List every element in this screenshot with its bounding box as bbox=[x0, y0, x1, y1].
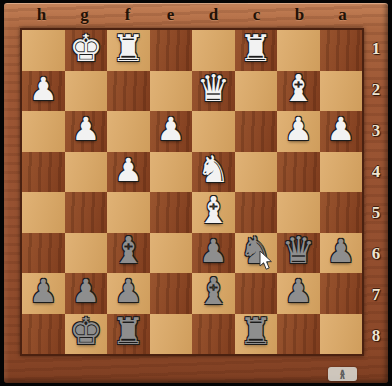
square-d7[interactable]: ♝ bbox=[192, 273, 235, 314]
black-pawn[interactable]: ♟ bbox=[326, 235, 355, 267]
chevron-up-icon: ∧ bbox=[339, 374, 346, 378]
black-queen[interactable]: ♛ bbox=[282, 232, 315, 269]
square-d6[interactable]: ♟ bbox=[192, 233, 235, 274]
square-d1[interactable] bbox=[192, 30, 235, 71]
file-label-g: g bbox=[63, 3, 106, 26]
square-c4[interactable] bbox=[235, 152, 278, 193]
square-c3[interactable] bbox=[235, 111, 278, 152]
white-bishop[interactable]: ♝ bbox=[197, 192, 230, 229]
square-c6[interactable]: ♞ bbox=[235, 233, 278, 274]
square-g3[interactable]: ♟ bbox=[65, 111, 108, 152]
file-labels: hgfedcba bbox=[20, 3, 364, 26]
square-c1[interactable]: ♜ bbox=[235, 30, 278, 71]
white-queen[interactable]: ♛ bbox=[197, 70, 230, 107]
square-g1[interactable]: ♚ bbox=[65, 30, 108, 71]
square-e2[interactable] bbox=[150, 71, 193, 112]
white-pawn[interactable]: ♟ bbox=[156, 113, 185, 145]
square-h1[interactable] bbox=[22, 30, 65, 71]
square-g4[interactable] bbox=[65, 152, 108, 193]
square-a8[interactable] bbox=[320, 314, 363, 355]
file-label-b: b bbox=[278, 3, 321, 26]
square-a3[interactable]: ♟ bbox=[320, 111, 363, 152]
square-a4[interactable] bbox=[320, 152, 363, 193]
white-pawn[interactable]: ♟ bbox=[71, 113, 100, 145]
black-pawn[interactable]: ♟ bbox=[199, 235, 228, 267]
square-f7[interactable]: ♟ bbox=[107, 273, 150, 314]
square-e5[interactable] bbox=[150, 192, 193, 233]
square-b6[interactable]: ♛ bbox=[277, 233, 320, 274]
square-a6[interactable]: ♟ bbox=[320, 233, 363, 274]
square-g5[interactable] bbox=[65, 192, 108, 233]
square-d4[interactable]: ♞ bbox=[192, 152, 235, 193]
square-e6[interactable] bbox=[150, 233, 193, 274]
square-d3[interactable] bbox=[192, 111, 235, 152]
square-f4[interactable]: ♟ bbox=[107, 152, 150, 193]
square-d2[interactable]: ♛ bbox=[192, 71, 235, 112]
white-king[interactable]: ♚ bbox=[69, 30, 102, 67]
white-bishop[interactable]: ♝ bbox=[282, 70, 315, 107]
file-label-e: e bbox=[149, 3, 192, 26]
rank-label-5: 5 bbox=[364, 192, 388, 233]
file-label-d: d bbox=[192, 3, 235, 26]
black-bishop[interactable]: ♝ bbox=[197, 273, 230, 310]
rank-label-4: 4 bbox=[364, 151, 388, 192]
square-h5[interactable] bbox=[22, 192, 65, 233]
square-b3[interactable]: ♟ bbox=[277, 111, 320, 152]
file-label-c: c bbox=[235, 3, 278, 26]
square-f3[interactable] bbox=[107, 111, 150, 152]
collapse-button[interactable]: ∧ ∧ bbox=[328, 367, 357, 381]
black-knight[interactable]: ♞ bbox=[239, 232, 272, 269]
square-f6[interactable]: ♝ bbox=[107, 233, 150, 274]
square-a5[interactable] bbox=[320, 192, 363, 233]
square-a1[interactable] bbox=[320, 30, 363, 71]
square-f2[interactable] bbox=[107, 71, 150, 112]
square-h3[interactable] bbox=[22, 111, 65, 152]
square-c8[interactable]: ♜ bbox=[235, 314, 278, 355]
square-b4[interactable] bbox=[277, 152, 320, 193]
rank-label-7: 7 bbox=[364, 274, 388, 315]
square-e4[interactable] bbox=[150, 152, 193, 193]
black-pawn[interactable]: ♟ bbox=[114, 275, 143, 307]
square-a7[interactable] bbox=[320, 273, 363, 314]
square-g7[interactable]: ♟ bbox=[65, 273, 108, 314]
square-f1[interactable]: ♜ bbox=[107, 30, 150, 71]
square-h7[interactable]: ♟ bbox=[22, 273, 65, 314]
file-label-a: a bbox=[321, 3, 364, 26]
white-pawn[interactable]: ♟ bbox=[284, 113, 313, 145]
square-c7[interactable] bbox=[235, 273, 278, 314]
black-pawn[interactable]: ♟ bbox=[284, 275, 313, 307]
white-pawn[interactable]: ♟ bbox=[326, 113, 355, 145]
white-rook[interactable]: ♜ bbox=[239, 30, 272, 67]
square-b8[interactable] bbox=[277, 314, 320, 355]
square-d5[interactable]: ♝ bbox=[192, 192, 235, 233]
square-e1[interactable] bbox=[150, 30, 193, 71]
white-pawn[interactable]: ♟ bbox=[29, 73, 58, 105]
square-b2[interactable]: ♝ bbox=[277, 71, 320, 112]
black-rook[interactable]: ♜ bbox=[112, 313, 145, 350]
black-rook[interactable]: ♜ bbox=[239, 313, 272, 350]
black-king[interactable]: ♚ bbox=[69, 313, 102, 350]
square-g8[interactable]: ♚ bbox=[65, 314, 108, 355]
square-b5[interactable] bbox=[277, 192, 320, 233]
square-e7[interactable] bbox=[150, 273, 193, 314]
black-bishop[interactable]: ♝ bbox=[112, 232, 145, 269]
rank-label-8: 8 bbox=[364, 315, 388, 356]
white-knight[interactable]: ♞ bbox=[197, 151, 230, 188]
rank-label-6: 6 bbox=[364, 233, 388, 274]
square-g6[interactable] bbox=[65, 233, 108, 274]
black-pawn[interactable]: ♟ bbox=[29, 275, 58, 307]
rank-label-2: 2 bbox=[364, 69, 388, 110]
square-b1[interactable] bbox=[277, 30, 320, 71]
square-f5[interactable] bbox=[107, 192, 150, 233]
square-c2[interactable] bbox=[235, 71, 278, 112]
square-h8[interactable] bbox=[22, 314, 65, 355]
white-rook[interactable]: ♜ bbox=[112, 30, 145, 67]
file-label-h: h bbox=[20, 3, 63, 26]
rank-labels: 12345678 bbox=[364, 28, 388, 356]
file-label-f: f bbox=[106, 3, 149, 26]
square-a2[interactable] bbox=[320, 71, 363, 112]
square-h2[interactable]: ♟ bbox=[22, 71, 65, 112]
rank-label-1: 1 bbox=[364, 28, 388, 69]
square-d8[interactable] bbox=[192, 314, 235, 355]
chess-app-window: hgfedcba 12345678 ♚♜♜♟♛♝♟♟♟♟♟♞♝♝♟♞♛♟♟♟♟♝… bbox=[0, 0, 392, 386]
square-h4[interactable] bbox=[22, 152, 65, 193]
square-g2[interactable] bbox=[65, 71, 108, 112]
black-pawn[interactable]: ♟ bbox=[71, 275, 100, 307]
chess-board: ♚♜♜♟♛♝♟♟♟♟♟♞♝♝♟♞♛♟♟♟♟♝♟♚♜♜ bbox=[20, 28, 364, 356]
square-f8[interactable]: ♜ bbox=[107, 314, 150, 355]
square-c5[interactable] bbox=[235, 192, 278, 233]
rank-label-3: 3 bbox=[364, 110, 388, 151]
square-h6[interactable] bbox=[22, 233, 65, 274]
square-b7[interactable]: ♟ bbox=[277, 273, 320, 314]
square-e3[interactable]: ♟ bbox=[150, 111, 193, 152]
square-e8[interactable] bbox=[150, 314, 193, 355]
white-pawn[interactable]: ♟ bbox=[114, 154, 143, 186]
